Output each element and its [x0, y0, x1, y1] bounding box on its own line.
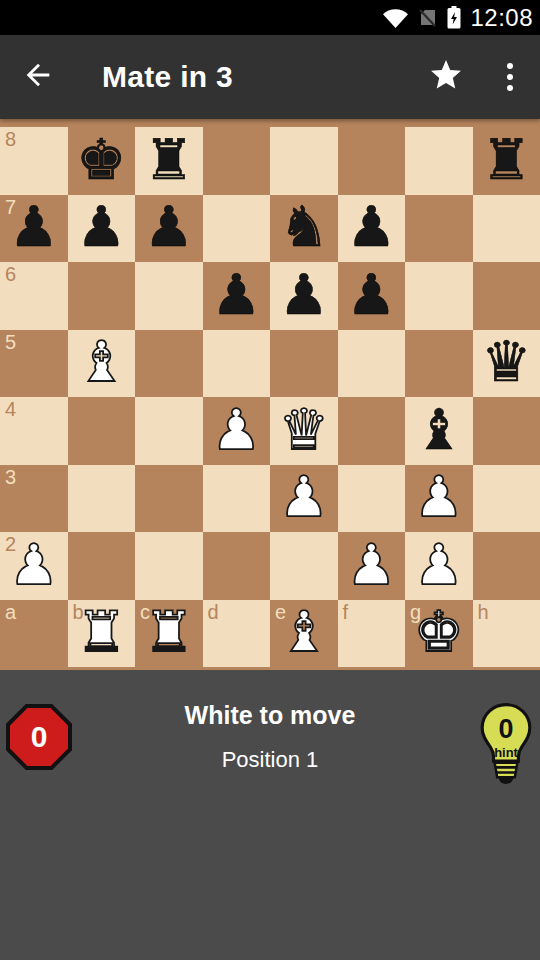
square-e5[interactable] [270, 330, 338, 398]
piece-wP-a2[interactable]: ♟ [9, 537, 59, 593]
square-a1[interactable]: a [0, 600, 68, 668]
square-h1[interactable]: h [473, 600, 540, 668]
side-to-move-heading: White to move [0, 701, 540, 730]
piece-bP-b7[interactable]: ♟ [76, 199, 126, 255]
square-f8[interactable] [338, 127, 406, 195]
favorite-button[interactable] [422, 53, 470, 101]
piece-bP-f7[interactable]: ♟ [346, 199, 396, 255]
square-b5[interactable]: ♝ [68, 330, 136, 398]
hint-count: 0 [499, 714, 514, 744]
square-d2[interactable] [203, 532, 271, 600]
square-h7[interactable] [473, 195, 540, 263]
piece-wB-b5[interactable]: ♝ [76, 334, 126, 390]
piece-wR-c1[interactable]: ♜ [144, 604, 194, 660]
square-c5[interactable] [135, 330, 203, 398]
hint-label: hint [494, 745, 518, 760]
piece-wB-e1[interactable]: ♝ [279, 604, 329, 660]
page-title: Mate in 3 [102, 60, 233, 94]
coordinate-label: a [5, 602, 16, 622]
fail-counter-badge[interactable]: 0 [6, 704, 72, 770]
square-f3[interactable] [338, 465, 406, 533]
board-frame: 8♚♜♜7♟♟♟♞♟6♟♟♟5♝♛4♟♛♝3♟♟2♟♟♟ab♜c♜de♝fg♚h [0, 119, 540, 670]
square-b3[interactable] [68, 465, 136, 533]
coordinate-label: 8 [5, 129, 16, 149]
square-e7[interactable]: ♞ [270, 195, 338, 263]
square-h4[interactable] [473, 397, 540, 465]
square-f2[interactable]: ♟ [338, 532, 406, 600]
footer-panel: White to move Position 1 0 0 hint [0, 670, 540, 960]
fail-octagon-icon: 0 [10, 708, 68, 766]
piece-bP-d6[interactable]: ♟ [211, 267, 261, 323]
square-c3[interactable] [135, 465, 203, 533]
square-e4[interactable]: ♛ [270, 397, 338, 465]
piece-wP-g3[interactable]: ♟ [414, 469, 464, 525]
square-d7[interactable] [203, 195, 271, 263]
square-e3[interactable]: ♟ [270, 465, 338, 533]
back-button[interactable] [16, 55, 60, 99]
square-d4[interactable]: ♟ [203, 397, 271, 465]
square-b7[interactable]: ♟ [68, 195, 136, 263]
square-a8[interactable]: 8 [0, 127, 68, 195]
hint-button[interactable]: 0 hint [477, 701, 535, 791]
status-time: 12:08 [470, 0, 533, 35]
piece-wP-e3[interactable]: ♟ [279, 469, 329, 525]
chess-board: 8♚♜♜7♟♟♟♞♟6♟♟♟5♝♛4♟♛♝3♟♟2♟♟♟ab♜c♜de♝fg♚h [0, 127, 540, 667]
square-a7[interactable]: 7♟ [0, 195, 68, 263]
square-g3[interactable]: ♟ [405, 465, 473, 533]
square-c6[interactable] [135, 262, 203, 330]
square-e6[interactable]: ♟ [270, 262, 338, 330]
square-f7[interactable]: ♟ [338, 195, 406, 263]
square-b8[interactable]: ♚ [68, 127, 136, 195]
square-c4[interactable] [135, 397, 203, 465]
overflow-menu-button[interactable] [486, 53, 534, 101]
piece-bK-b8[interactable]: ♚ [76, 132, 126, 188]
square-g7[interactable] [405, 195, 473, 263]
square-e8[interactable] [270, 127, 338, 195]
square-g8[interactable] [405, 127, 473, 195]
coordinate-label: 3 [5, 467, 16, 487]
piece-bR-c8[interactable]: ♜ [144, 132, 194, 188]
piece-wK-g1[interactable]: ♚ [414, 604, 464, 660]
piece-bP-e6[interactable]: ♟ [279, 267, 329, 323]
square-a2[interactable]: 2♟ [0, 532, 68, 600]
lightbulb-icon: 0 hint [477, 701, 535, 787]
square-d8[interactable] [203, 127, 271, 195]
square-g5[interactable] [405, 330, 473, 398]
piece-bN-e7[interactable]: ♞ [279, 199, 329, 255]
square-b4[interactable] [68, 397, 136, 465]
square-g2[interactable]: ♟ [405, 532, 473, 600]
overflow-menu-icon [507, 63, 513, 91]
star-icon [428, 57, 464, 97]
square-d3[interactable] [203, 465, 271, 533]
no-sim-icon [418, 7, 438, 28]
coordinate-label: 6 [5, 264, 16, 284]
square-d5[interactable] [203, 330, 271, 398]
square-g1[interactable]: g♚ [405, 600, 473, 668]
back-arrow-icon [21, 58, 55, 96]
status-bar: 12:08 [0, 0, 540, 35]
coordinate-label: 4 [5, 399, 16, 419]
square-c1[interactable]: c♜ [135, 600, 203, 668]
piece-bP-a7[interactable]: ♟ [9, 199, 59, 255]
square-c8[interactable]: ♜ [135, 127, 203, 195]
square-h3[interactable] [473, 465, 540, 533]
coordinate-label: f [343, 602, 349, 622]
square-f5[interactable] [338, 330, 406, 398]
coordinate-label: d [208, 602, 219, 622]
piece-wP-f2[interactable]: ♟ [346, 537, 396, 593]
square-c7[interactable]: ♟ [135, 195, 203, 263]
piece-bQ-h5[interactable]: ♛ [481, 334, 531, 390]
piece-wP-g2[interactable]: ♟ [414, 537, 464, 593]
square-d1[interactable]: d [203, 600, 271, 668]
battery-charging-icon [447, 6, 461, 29]
square-b1[interactable]: b♜ [68, 600, 136, 668]
fail-count: 0 [31, 720, 48, 754]
square-h8[interactable]: ♜ [473, 127, 540, 195]
piece-bP-f6[interactable]: ♟ [346, 267, 396, 323]
wifi-icon [382, 7, 409, 29]
square-a6[interactable]: 6 [0, 262, 68, 330]
square-f6[interactable]: ♟ [338, 262, 406, 330]
square-c2[interactable] [135, 532, 203, 600]
piece-wP-d4[interactable]: ♟ [211, 402, 261, 458]
piece-wR-b1[interactable]: ♜ [76, 604, 126, 660]
square-h2[interactable] [473, 532, 540, 600]
piece-wQ-e4[interactable]: ♛ [279, 402, 329, 458]
piece-bP-c7[interactable]: ♟ [144, 199, 194, 255]
square-h6[interactable] [473, 262, 540, 330]
square-b6[interactable] [68, 262, 136, 330]
square-g6[interactable] [405, 262, 473, 330]
piece-bB-g4[interactable]: ♝ [414, 402, 464, 458]
square-g4[interactable]: ♝ [405, 397, 473, 465]
square-e2[interactable] [270, 532, 338, 600]
square-a4[interactable]: 4 [0, 397, 68, 465]
position-label: Position 1 [0, 747, 540, 773]
square-f4[interactable] [338, 397, 406, 465]
square-a3[interactable]: 3 [0, 465, 68, 533]
square-b2[interactable] [68, 532, 136, 600]
coordinate-label: h [478, 602, 489, 622]
coordinate-label: 5 [5, 332, 16, 352]
square-h5[interactable]: ♛ [473, 330, 540, 398]
square-f1[interactable]: f [338, 600, 406, 668]
square-d6[interactable]: ♟ [203, 262, 271, 330]
app-bar: Mate in 3 [0, 35, 540, 119]
square-e1[interactable]: e♝ [270, 600, 338, 668]
square-a5[interactable]: 5 [0, 330, 68, 398]
piece-bR-h8[interactable]: ♜ [481, 132, 531, 188]
